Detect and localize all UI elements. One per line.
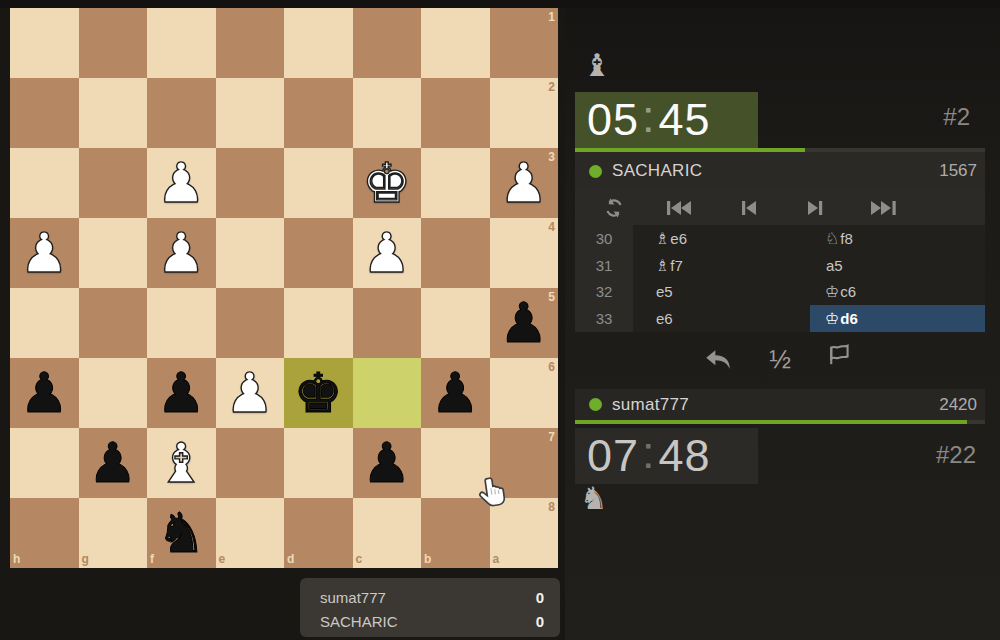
square-h7[interactable] [10,428,79,498]
square-h8[interactable]: h [10,498,79,568]
square-h4[interactable]: ♟ [10,218,79,288]
score-player-name: SACHARIC [320,613,398,630]
square-g7[interactable]: ♟ [79,428,148,498]
file-label-d: d [287,552,294,566]
square-b5[interactable] [421,288,490,358]
move-text: c6 [840,283,856,300]
move-list: 30 ♗e6 ♘f8 31 ♗f7 a5 32 e5 ♔c6 33 e6 ♔d6 [575,225,985,332]
rank-label-3: 3 [548,150,555,164]
move-31-black[interactable]: a5 [810,252,985,279]
bottom-player-row: sumat777 2420 [575,389,985,420]
square-c1[interactable] [353,8,422,78]
square-a3[interactable]: ♟3 [490,148,559,218]
square-g5[interactable] [79,288,148,358]
square-g2[interactable] [79,78,148,148]
move-number: 30 [575,225,633,252]
square-g6[interactable] [79,358,148,428]
score-value: 0 [536,613,544,630]
move-text: a5 [826,257,843,274]
square-h1[interactable] [10,8,79,78]
square-f5[interactable] [147,288,216,358]
move-controls [575,190,985,225]
captured-bishop-icon: ♝ [583,50,611,81]
square-e1[interactable] [216,8,285,78]
square-f1[interactable] [147,8,216,78]
black-knight: ♞ [147,498,216,568]
white-pawn: ♟ [10,218,79,288]
clock-colon: : [642,91,656,143]
rank-label-8: 8 [548,500,555,514]
square-e6[interactable]: ♟ [216,358,285,428]
clock-seconds: 45 [659,94,711,146]
square-f6[interactable]: ♟ [147,358,216,428]
square-g4[interactable] [79,218,148,288]
previous-move-icon[interactable] [739,200,759,216]
square-d2[interactable] [284,78,353,148]
file-label-c: c [356,552,363,566]
flip-board-icon[interactable] [603,197,625,219]
captured-knight-icon: ♞ [580,483,608,514]
black-king: ♚ [284,358,353,428]
bottom-player-time-bar [575,420,985,424]
top-player-name[interactable]: SACHARIC [612,161,702,181]
file-label-f: f [150,552,154,566]
move-text: d6 [840,310,858,327]
square-g1[interactable] [79,8,148,78]
square-a8[interactable]: a8 [490,498,559,568]
square-a4[interactable]: 4 [490,218,559,288]
move-30-white[interactable]: ♗e6 [633,225,810,252]
file-label-b: b [424,552,431,566]
bishop-figurine: ♗ [655,229,669,248]
square-b8[interactable]: b [421,498,490,568]
top-player-clock: 05:45 [575,92,758,148]
online-dot-icon [589,165,602,178]
move-number: 33 [575,305,633,332]
file-label-g: g [82,552,89,566]
square-b4[interactable] [421,218,490,288]
white-bishop: ♝ [147,428,216,498]
square-h2[interactable] [10,78,79,148]
square-c8[interactable]: c [353,498,422,568]
move-text: f7 [670,257,683,274]
score-player-name: sumat777 [320,589,386,606]
score-row: SACHARIC 0 [320,609,544,633]
clock-colon: : [642,427,656,479]
move-text: e5 [656,283,673,300]
king-figurine: ♔ [825,309,839,328]
score-row: sumat777 0 [320,585,544,609]
square-h5[interactable] [10,288,79,358]
square-d5[interactable] [284,288,353,358]
square-e3[interactable] [216,148,285,218]
bottom-player-clock: 07:48 [575,428,758,484]
last-move-icon[interactable] [869,200,899,216]
square-a5[interactable]: ♟5 [490,288,559,358]
square-b6[interactable]: ♟ [421,358,490,428]
white-pawn: ♟ [147,218,216,288]
move-number: 31 [575,252,633,279]
top-strip [0,0,1000,8]
online-dot-icon [589,398,602,411]
black-pawn: ♟ [10,358,79,428]
square-c6[interactable] [353,358,422,428]
rank-label-7: 7 [548,430,555,444]
file-label-h: h [13,552,20,566]
knight-figurine: ♘ [825,229,839,248]
square-d3[interactable] [284,148,353,218]
clock-minutes: 07 [587,430,639,482]
square-d7[interactable] [284,428,353,498]
square-e7[interactable] [216,428,285,498]
square-b2[interactable] [421,78,490,148]
square-f2[interactable] [147,78,216,148]
move-32-black[interactable]: ♔c6 [810,279,985,306]
square-a2[interactable]: 2 [490,78,559,148]
rank-label-5: 5 [548,290,555,304]
move-30-black[interactable]: ♘f8 [810,225,985,252]
clock-minutes: 05 [587,94,639,146]
move-number: 32 [575,279,633,306]
chess-board: 12♟♚♟3♟♟♟4♟5♟♟♟♚♟6♟♝♟7hg♞fedcba8 [10,8,558,568]
rank-label-6: 6 [548,360,555,374]
rank-label-2: 2 [548,80,555,94]
takeback-button[interactable] [702,348,734,374]
move-31-white[interactable]: ♗f7 [633,252,810,279]
square-h6[interactable]: ♟ [10,358,79,428]
black-pawn: ♟ [421,358,490,428]
file-label-a: a [493,552,500,566]
square-f3[interactable]: ♟ [147,148,216,218]
square-g8[interactable]: g [79,498,148,568]
square-h3[interactable] [10,148,79,218]
clock-seconds: 48 [659,430,711,482]
white-pawn: ♟ [216,358,285,428]
offer-draw-button[interactable]: ½ [766,344,794,374]
move-text: e6 [656,310,673,327]
square-c4[interactable]: ♟ [353,218,422,288]
black-pawn: ♟ [147,358,216,428]
square-f4[interactable]: ♟ [147,218,216,288]
square-a1[interactable]: 1 [490,8,559,78]
square-c2[interactable] [353,78,422,148]
white-pawn: ♟ [353,218,422,288]
square-d4[interactable] [284,218,353,288]
move-text: f8 [840,230,853,247]
black-pawn: ♟ [353,428,422,498]
square-f7[interactable]: ♝ [147,428,216,498]
square-b3[interactable] [421,148,490,218]
square-e2[interactable] [216,78,285,148]
board-number-badge-top: #2 [943,103,970,131]
move-33-white[interactable]: e6 [633,305,810,332]
black-pawn: ♟ [79,428,148,498]
rank-label-1: 1 [548,10,555,24]
rank-label-4: 4 [548,220,555,234]
square-e8[interactable]: e [216,498,285,568]
square-a7[interactable]: 7 [490,428,559,498]
top-player-row: SACHARIC 1567 [575,152,985,190]
first-move-icon[interactable] [665,200,695,216]
white-king: ♚ [353,148,422,218]
move-text: e6 [670,230,687,247]
file-label-e: e [219,552,226,566]
square-f8[interactable]: ♞f [147,498,216,568]
score-value: 0 [536,589,544,606]
king-figurine: ♔ [825,282,839,301]
next-move-icon[interactable] [805,200,825,216]
square-e4[interactable] [216,218,285,288]
top-player-rating: 1567 [939,161,977,181]
move-32-white[interactable]: e5 [633,279,810,306]
board-number-badge-bottom: #22 [936,441,976,469]
square-b7[interactable] [421,428,490,498]
move-33-black-selected[interactable]: ♔d6 [810,305,985,332]
square-a6[interactable]: 6 [490,358,559,428]
square-g3[interactable] [79,148,148,218]
bishop-figurine: ♗ [655,256,669,275]
bottom-player-rating: 2420 [939,395,977,415]
square-d8[interactable]: d [284,498,353,568]
square-e5[interactable] [216,288,285,358]
time-bar-fill [575,420,967,424]
score-overlay: sumat777 0 SACHARIC 0 [300,578,560,637]
square-d1[interactable] [284,8,353,78]
white-pawn: ♟ [147,148,216,218]
square-c3[interactable]: ♚ [353,148,422,218]
resign-flag-icon[interactable] [826,342,854,370]
bottom-player-name[interactable]: sumat777 [612,395,689,415]
square-c7[interactable]: ♟ [353,428,422,498]
square-d6[interactable]: ♚ [284,358,353,428]
square-c5[interactable] [353,288,422,358]
square-b1[interactable] [421,8,490,78]
